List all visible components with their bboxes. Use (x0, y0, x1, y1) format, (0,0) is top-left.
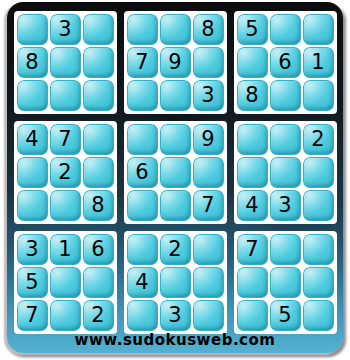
cell-r6c1[interactable] (17, 190, 48, 221)
cell-r2c8[interactable]: 6 (270, 47, 301, 78)
cell-r9c4[interactable] (127, 300, 158, 331)
cell-r5c2[interactable]: 2 (50, 157, 81, 188)
cell-r4c8[interactable] (270, 124, 301, 155)
cell-r6c2[interactable] (50, 190, 81, 221)
cell-r3c5[interactable] (160, 80, 191, 111)
cell-r5c1[interactable] (17, 157, 48, 188)
box-b2s1: 4728 (14, 121, 117, 224)
cell-r9c2[interactable] (50, 300, 81, 331)
cell-r9c1[interactable]: 7 (17, 300, 48, 331)
cell-r3c3[interactable] (83, 80, 114, 111)
cell-r5c5[interactable] (160, 157, 191, 188)
cell-r5c6[interactable] (193, 157, 224, 188)
box-b2s3: 243 (234, 121, 337, 224)
cell-r1c7[interactable]: 5 (237, 14, 268, 45)
cell-r7c9[interactable] (303, 234, 334, 265)
cell-r7c1[interactable]: 3 (17, 234, 48, 265)
box-b1s1: 38 (14, 11, 117, 114)
box-b1s3: 5618 (234, 11, 337, 114)
cell-r8c8[interactable] (270, 267, 301, 298)
cell-r2c1[interactable]: 8 (17, 47, 48, 78)
cell-r7c2[interactable]: 1 (50, 234, 81, 265)
cell-r7c8[interactable] (270, 234, 301, 265)
cell-r3c2[interactable] (50, 80, 81, 111)
cell-r4c6[interactable]: 9 (193, 124, 224, 155)
cell-r2c2[interactable] (50, 47, 81, 78)
cell-r2c7[interactable] (237, 47, 268, 78)
cell-r4c3[interactable] (83, 124, 114, 155)
cell-r8c6[interactable] (193, 267, 224, 298)
cell-r6c8[interactable]: 3 (270, 190, 301, 221)
cell-r1c9[interactable] (303, 14, 334, 45)
cell-r8c5[interactable] (160, 267, 191, 298)
cell-r5c8[interactable] (270, 157, 301, 188)
cell-r4c9[interactable]: 2 (303, 124, 334, 155)
box-b3s1: 316572 (14, 231, 117, 334)
cell-r4c5[interactable] (160, 124, 191, 155)
cell-r2c9[interactable]: 1 (303, 47, 334, 78)
cell-r5c9[interactable] (303, 157, 334, 188)
cell-r9c8[interactable]: 5 (270, 300, 301, 331)
cell-r8c7[interactable] (237, 267, 268, 298)
cell-r7c7[interactable]: 7 (237, 234, 268, 265)
sudoku-panels: 3887935618472896724331657224375 (7, 11, 343, 334)
cell-r3c7[interactable]: 8 (237, 80, 268, 111)
cell-r2c4[interactable]: 7 (127, 47, 158, 78)
cell-r8c3[interactable] (83, 267, 114, 298)
cell-r6c5[interactable] (160, 190, 191, 221)
cell-r3c8[interactable] (270, 80, 301, 111)
cell-r8c2[interactable] (50, 267, 81, 298)
cell-r3c9[interactable] (303, 80, 334, 111)
cell-r4c2[interactable]: 7 (50, 124, 81, 155)
cell-r6c6[interactable]: 7 (193, 190, 224, 221)
cell-r9c3[interactable]: 2 (83, 300, 114, 331)
cell-r8c1[interactable]: 5 (17, 267, 48, 298)
cell-r9c9[interactable] (303, 300, 334, 331)
cell-r3c6[interactable]: 3 (193, 80, 224, 111)
cell-r1c2[interactable]: 3 (50, 14, 81, 45)
cell-r8c9[interactable] (303, 267, 334, 298)
cell-r5c3[interactable] (83, 157, 114, 188)
cell-r6c4[interactable] (127, 190, 158, 221)
cell-r6c7[interactable]: 4 (237, 190, 268, 221)
cell-r8c4[interactable]: 4 (127, 267, 158, 298)
box-b3s3: 75 (234, 231, 337, 334)
cell-r7c6[interactable] (193, 234, 224, 265)
cell-r9c5[interactable]: 3 (160, 300, 191, 331)
cell-r1c1[interactable] (17, 14, 48, 45)
cell-r7c5[interactable]: 2 (160, 234, 191, 265)
sudokusweb-link[interactable]: www.sudokusweb.com (7, 331, 343, 351)
box-b2s2: 967 (124, 121, 227, 224)
cell-r1c8[interactable] (270, 14, 301, 45)
cell-r5c7[interactable] (237, 157, 268, 188)
cell-r4c7[interactable] (237, 124, 268, 155)
cell-r1c3[interactable] (83, 14, 114, 45)
cell-r2c5[interactable]: 9 (160, 47, 191, 78)
cell-r1c5[interactable] (160, 14, 191, 45)
box-b3s2: 243 (124, 231, 227, 334)
cell-r1c4[interactable] (127, 14, 158, 45)
cell-r6c9[interactable] (303, 190, 334, 221)
cell-r5c4[interactable]: 6 (127, 157, 158, 188)
cell-r9c6[interactable] (193, 300, 224, 331)
sudoku-board: 3887935618472896724331657224375 www.sudo… (7, 2, 343, 353)
cell-r4c4[interactable] (127, 124, 158, 155)
cell-r4c1[interactable]: 4 (17, 124, 48, 155)
cell-r9c7[interactable] (237, 300, 268, 331)
cell-r2c6[interactable] (193, 47, 224, 78)
cell-r7c4[interactable] (127, 234, 158, 265)
cell-r7c3[interactable]: 6 (83, 234, 114, 265)
cell-r3c1[interactable] (17, 80, 48, 111)
cell-r1c6[interactable]: 8 (193, 14, 224, 45)
box-b1s2: 8793 (124, 11, 227, 114)
cell-r2c3[interactable] (83, 47, 114, 78)
cell-r6c3[interactable]: 8 (83, 190, 114, 221)
cell-r3c4[interactable] (127, 80, 158, 111)
